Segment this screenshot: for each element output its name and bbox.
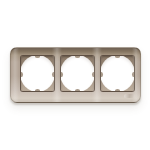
product-photo [0,0,150,150]
frame-opening-1 [21,56,54,91]
frame-opening-2 [61,56,94,91]
cutout-notch [115,89,120,91]
cutout-notch [75,89,80,91]
cutout-notch [35,89,40,91]
cutout-notch [92,72,94,77]
cutout-notch [52,72,54,77]
opening-cutout [61,56,94,91]
opening-cutout [21,56,54,91]
frame-opening-3 [101,56,134,91]
embossed-logo [124,94,136,98]
switch-frame-plate [10,47,141,103]
cutout-notch [132,72,134,77]
opening-cutout [101,56,134,91]
